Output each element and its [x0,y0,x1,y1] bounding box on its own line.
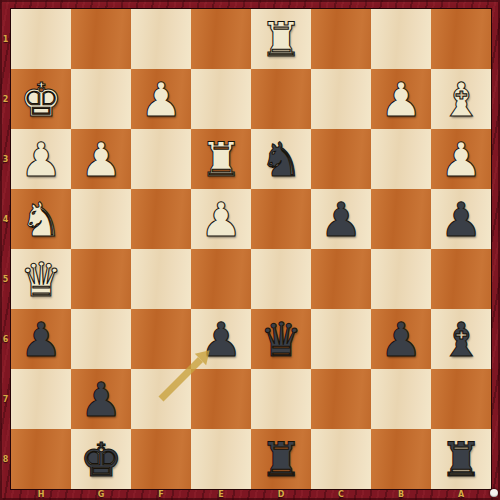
square-d3[interactable]: ♞ [251,129,311,189]
square-c8[interactable] [311,429,371,489]
square-a1[interactable] [431,9,491,69]
piece-white-pawn[interactable]: ♟ [200,196,242,243]
square-c2[interactable] [311,69,371,129]
square-e7[interactable] [191,369,251,429]
square-h6[interactable]: ♟ [11,309,71,369]
square-b7[interactable] [371,369,431,429]
square-h4[interactable]: ♞ [11,189,71,249]
rank-label-4: 4 [0,189,11,249]
piece-white-knight[interactable]: ♞ [20,196,62,243]
square-h7[interactable] [11,369,71,429]
square-d6[interactable]: ♛ [251,309,311,369]
square-b2[interactable]: ♟ [371,69,431,129]
square-f3[interactable] [131,129,191,189]
file-label-f: F [131,489,191,500]
square-b4[interactable] [371,189,431,249]
rank-label-3: 3 [0,129,11,189]
square-c3[interactable] [311,129,371,189]
rank-label-1: 1 [0,9,11,69]
piece-white-bishop[interactable]: ♝ [440,76,482,123]
file-label-h: H [11,489,71,500]
piece-black-rook[interactable]: ♜ [440,436,482,483]
square-g8[interactable]: ♚ [71,429,131,489]
square-a8[interactable]: ♜ [431,429,491,489]
piece-white-pawn[interactable]: ♟ [440,136,482,183]
square-e6[interactable]: ♟ [191,309,251,369]
file-label-d: D [251,489,311,500]
square-f2[interactable]: ♟ [131,69,191,129]
square-a7[interactable] [431,369,491,429]
piece-white-rook[interactable]: ♜ [200,136,242,183]
square-f6[interactable] [131,309,191,369]
square-e3[interactable]: ♜ [191,129,251,189]
square-c4[interactable]: ♟ [311,189,371,249]
piece-black-king[interactable]: ♚ [80,436,122,483]
square-a6[interactable]: ♝ [431,309,491,369]
square-a3[interactable]: ♟ [431,129,491,189]
piece-black-pawn[interactable]: ♟ [440,196,482,243]
square-b3[interactable] [371,129,431,189]
square-b1[interactable] [371,9,431,69]
square-g4[interactable] [71,189,131,249]
square-g5[interactable] [71,249,131,309]
square-h2[interactable]: ♚ [11,69,71,129]
square-e4[interactable]: ♟ [191,189,251,249]
chess-board-window: ♜♚♟♟♝♟♟♜♞♟♞♟♟♟♛♟♟♛♟♝♟♚♜♜ 12345678 HGFEDC… [0,0,500,500]
square-c6[interactable] [311,309,371,369]
square-f8[interactable] [131,429,191,489]
square-h8[interactable] [11,429,71,489]
file-label-a: A [431,489,491,500]
square-g6[interactable] [71,309,131,369]
piece-white-pawn[interactable]: ♟ [380,76,422,123]
piece-white-pawn[interactable]: ♟ [140,76,182,123]
square-d4[interactable] [251,189,311,249]
square-g1[interactable] [71,9,131,69]
piece-white-pawn[interactable]: ♟ [20,136,62,183]
file-label-g: G [71,489,131,500]
piece-black-pawn[interactable]: ♟ [20,316,62,363]
square-e8[interactable] [191,429,251,489]
board: ♜♚♟♟♝♟♟♜♞♟♞♟♟♟♛♟♟♛♟♝♟♚♜♜ [11,9,491,489]
square-f1[interactable] [131,9,191,69]
rank-label-6: 6 [0,309,11,369]
piece-black-pawn[interactable]: ♟ [80,376,122,423]
square-g3[interactable]: ♟ [71,129,131,189]
piece-white-queen[interactable]: ♛ [20,256,62,303]
rank-label-2: 2 [0,69,11,129]
square-d8[interactable]: ♜ [251,429,311,489]
square-d1[interactable]: ♜ [251,9,311,69]
piece-black-queen[interactable]: ♛ [260,316,302,363]
square-a2[interactable]: ♝ [431,69,491,129]
square-c5[interactable] [311,249,371,309]
square-d5[interactable] [251,249,311,309]
piece-black-pawn[interactable]: ♟ [320,196,362,243]
square-f7[interactable] [131,369,191,429]
file-label-e: E [191,489,251,500]
piece-black-knight[interactable]: ♞ [260,136,302,183]
square-h1[interactable] [11,9,71,69]
rank-label-5: 5 [0,249,11,309]
square-g7[interactable]: ♟ [71,369,131,429]
square-a4[interactable]: ♟ [431,189,491,249]
piece-black-pawn[interactable]: ♟ [200,316,242,363]
file-label-c: C [311,489,371,500]
square-h5[interactable]: ♛ [11,249,71,309]
piece-white-rook[interactable]: ♜ [260,16,302,63]
piece-black-bishop[interactable]: ♝ [440,316,482,363]
square-a5[interactable] [431,249,491,309]
piece-black-rook[interactable]: ♜ [260,436,302,483]
piece-black-pawn[interactable]: ♟ [380,316,422,363]
square-e5[interactable] [191,249,251,309]
rank-label-7: 7 [0,369,11,429]
square-b6[interactable]: ♟ [371,309,431,369]
square-c1[interactable] [311,9,371,69]
square-d7[interactable] [251,369,311,429]
piece-white-pawn[interactable]: ♟ [80,136,122,183]
square-b5[interactable] [371,249,431,309]
square-h3[interactable]: ♟ [11,129,71,189]
side-to-move-indicator [490,489,498,497]
file-label-b: B [371,489,431,500]
square-e1[interactable] [191,9,251,69]
square-b8[interactable] [371,429,431,489]
square-f5[interactable] [131,249,191,309]
piece-white-king[interactable]: ♚ [20,76,62,123]
square-g2[interactable] [71,69,131,129]
square-d2[interactable] [251,69,311,129]
rank-label-8: 8 [0,429,11,489]
square-f4[interactable] [131,189,191,249]
square-c7[interactable] [311,369,371,429]
square-e2[interactable] [191,69,251,129]
